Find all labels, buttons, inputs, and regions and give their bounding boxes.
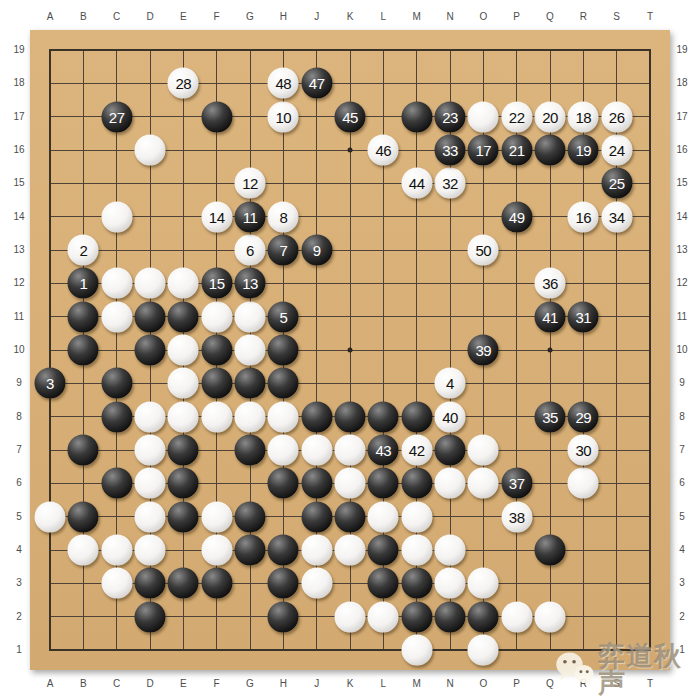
move-number: 29 (575, 409, 591, 424)
move-number: 33 (442, 143, 458, 158)
stone-white (135, 468, 166, 499)
stone-black (301, 501, 332, 532)
move-number: 43 (375, 443, 391, 458)
stone-white (235, 335, 266, 366)
stone-black (135, 301, 166, 332)
move-number: 24 (609, 143, 625, 158)
move-number: 6 (246, 243, 254, 258)
stone-black-move-23: 23 (435, 101, 466, 132)
column-label-top: L (381, 12, 387, 22)
stone-black (268, 335, 299, 366)
column-label-bottom: T (647, 679, 653, 689)
stone-white-move-2: 2 (68, 235, 99, 266)
move-number: 27 (109, 109, 125, 124)
stone-black-move-45: 45 (335, 101, 366, 132)
stone-white-move-14: 14 (201, 201, 232, 232)
column-label-top: O (479, 12, 487, 22)
move-number: 2 (79, 243, 87, 258)
stone-white (301, 435, 332, 466)
move-number: 25 (609, 176, 625, 191)
stone-white (401, 535, 432, 566)
column-label-bottom: Q (546, 679, 554, 689)
stone-white (368, 601, 399, 632)
column-label-top: E (180, 12, 187, 22)
move-number: 48 (275, 76, 291, 91)
stone-black (168, 301, 199, 332)
stone-white (401, 501, 432, 532)
row-label-left: 15 (13, 178, 24, 188)
column-label-top: B (80, 12, 87, 22)
stone-white (135, 401, 166, 432)
column-label-top: C (113, 12, 120, 22)
stone-black-move-21: 21 (501, 135, 532, 166)
stone-black-move-31: 31 (568, 301, 599, 332)
row-label-left: 14 (13, 212, 24, 222)
stone-white (235, 301, 266, 332)
stone-black (101, 368, 132, 399)
column-label-bottom: D (146, 679, 153, 689)
column-label-bottom: G (246, 679, 254, 689)
stone-black (235, 435, 266, 466)
column-label-top: M (412, 12, 420, 22)
move-number: 9 (313, 243, 321, 258)
column-label-bottom: L (381, 679, 387, 689)
move-number: 17 (475, 143, 491, 158)
move-number: 26 (609, 109, 625, 124)
move-number: 23 (442, 109, 458, 124)
stone-black-move-15: 15 (201, 268, 232, 299)
move-number: 18 (575, 109, 591, 124)
move-number: 40 (442, 409, 458, 424)
column-label-top: N (446, 12, 453, 22)
stone-white (468, 635, 499, 666)
row-label-right: 15 (676, 178, 687, 188)
stone-black (168, 435, 199, 466)
stone-white (468, 435, 499, 466)
stone-white (301, 535, 332, 566)
star-point (348, 348, 353, 353)
row-label-right: 1 (679, 645, 685, 655)
stone-black (68, 501, 99, 532)
stone-black (268, 535, 299, 566)
stone-white (235, 401, 266, 432)
stone-black-move-37: 37 (501, 468, 532, 499)
stone-black (401, 601, 432, 632)
stone-white-move-4: 4 (435, 368, 466, 399)
stone-black (201, 335, 232, 366)
stone-white-move-44: 44 (401, 168, 432, 199)
move-number: 11 (243, 209, 258, 224)
move-number: 31 (575, 309, 591, 324)
stone-white-move-10: 10 (268, 101, 299, 132)
stone-black-move-7: 7 (268, 235, 299, 266)
column-label-top: A (47, 12, 54, 22)
stone-black-move-27: 27 (101, 101, 132, 132)
stone-black-move-9: 9 (301, 235, 332, 266)
move-number: 15 (209, 276, 225, 291)
stone-black (435, 601, 466, 632)
row-label-left: 18 (13, 78, 24, 88)
column-label-top: R (580, 12, 587, 22)
move-number: 10 (275, 109, 291, 124)
stone-white (201, 401, 232, 432)
stone-white (335, 535, 366, 566)
column-label-top: S (613, 12, 620, 22)
stone-black (468, 601, 499, 632)
stone-white (435, 535, 466, 566)
row-label-right: 12 (676, 278, 687, 288)
star-point (348, 148, 353, 153)
move-number: 7 (279, 243, 287, 258)
column-label-bottom: N (446, 679, 453, 689)
move-number: 46 (375, 143, 391, 158)
move-number: 41 (542, 309, 558, 324)
column-label-top: P (513, 12, 520, 22)
row-label-right: 14 (676, 212, 687, 222)
stone-black-move-11: 11 (235, 201, 266, 232)
stone-black (301, 468, 332, 499)
column-label-bottom: S (613, 679, 620, 689)
row-label-left: 4 (16, 545, 22, 555)
move-number: 22 (509, 109, 525, 124)
row-label-left: 9 (16, 378, 22, 388)
stone-white (568, 468, 599, 499)
move-number: 32 (442, 176, 458, 191)
stone-white-move-38: 38 (501, 501, 532, 532)
stone-white (101, 201, 132, 232)
stone-black (401, 401, 432, 432)
star-point (548, 348, 553, 353)
stone-black-move-5: 5 (268, 301, 299, 332)
stone-black-move-43: 43 (368, 435, 399, 466)
stone-black (68, 335, 99, 366)
row-label-left: 6 (16, 478, 22, 488)
row-label-right: 3 (679, 578, 685, 588)
stone-black (201, 568, 232, 599)
stone-black (301, 401, 332, 432)
stone-black-move-49: 49 (501, 201, 532, 232)
column-label-top: T (647, 12, 653, 22)
move-number: 49 (509, 209, 525, 224)
stone-white (168, 335, 199, 366)
column-label-bottom: P (513, 679, 520, 689)
row-label-right: 13 (676, 245, 687, 255)
row-label-left: 7 (16, 445, 22, 455)
stone-black (401, 568, 432, 599)
row-label-right: 4 (679, 545, 685, 555)
stone-black-move-41: 41 (535, 301, 566, 332)
stone-black-move-39: 39 (468, 335, 499, 366)
stone-black-move-25: 25 (601, 168, 632, 199)
move-number: 36 (542, 276, 558, 291)
stone-black-move-13: 13 (235, 268, 266, 299)
stone-white-move-48: 48 (268, 68, 299, 99)
stone-white (301, 568, 332, 599)
stone-white (435, 568, 466, 599)
stone-white (468, 101, 499, 132)
go-diagram-page: AABBCCDDEEFFGGHHJJKKLLMMNNOOPPQQRRSSTT19… (0, 0, 700, 700)
row-label-left: 5 (16, 512, 22, 522)
row-label-left: 12 (13, 278, 24, 288)
row-label-left: 13 (13, 245, 24, 255)
stone-white-move-34: 34 (601, 201, 632, 232)
move-number: 3 (46, 376, 54, 391)
stone-white-move-22: 22 (501, 101, 532, 132)
row-label-right: 7 (679, 445, 685, 455)
stone-white-move-26: 26 (601, 101, 632, 132)
stone-black (368, 568, 399, 599)
stone-white-move-8: 8 (268, 201, 299, 232)
move-number: 44 (409, 176, 425, 191)
stone-black-move-47: 47 (301, 68, 332, 99)
stone-white (468, 468, 499, 499)
row-label-right: 10 (676, 345, 687, 355)
column-label-top: K (347, 12, 354, 22)
stone-black (535, 135, 566, 166)
stone-white (501, 601, 532, 632)
stone-white (468, 568, 499, 599)
stone-white (101, 301, 132, 332)
stone-black-move-3: 3 (35, 368, 66, 399)
stone-white-move-42: 42 (401, 435, 432, 466)
stone-black (368, 468, 399, 499)
stone-black (268, 601, 299, 632)
stone-white (135, 535, 166, 566)
column-label-bottom: H (280, 679, 287, 689)
column-label-bottom: K (347, 679, 354, 689)
stone-black-move-29: 29 (568, 401, 599, 432)
stone-white-move-12: 12 (235, 168, 266, 199)
column-label-bottom: F (214, 679, 220, 689)
row-label-right: 19 (676, 45, 687, 55)
move-number: 45 (342, 109, 358, 124)
stone-white (135, 135, 166, 166)
move-number: 1 (79, 276, 87, 291)
row-label-left: 3 (16, 578, 22, 588)
stone-white (401, 635, 432, 666)
row-label-right: 6 (679, 478, 685, 488)
stone-white-move-24: 24 (601, 135, 632, 166)
stone-black (535, 535, 566, 566)
move-number: 21 (509, 143, 525, 158)
column-label-bottom: R (580, 679, 587, 689)
stone-white (101, 268, 132, 299)
move-number: 39 (475, 343, 491, 358)
stone-white-move-32: 32 (435, 168, 466, 199)
stone-white (335, 468, 366, 499)
stone-black (268, 468, 299, 499)
row-label-right: 8 (679, 412, 685, 422)
move-number: 20 (542, 109, 558, 124)
stone-black (335, 401, 366, 432)
move-number: 13 (242, 276, 258, 291)
stone-white (135, 501, 166, 532)
column-label-bottom: O (479, 679, 487, 689)
move-number: 50 (475, 243, 491, 258)
column-label-top: G (246, 12, 254, 22)
stone-black (335, 501, 366, 532)
stone-white (135, 435, 166, 466)
move-number: 34 (609, 209, 625, 224)
stone-white-move-6: 6 (235, 235, 266, 266)
stone-black (401, 101, 432, 132)
stone-white (168, 368, 199, 399)
stone-black (268, 568, 299, 599)
column-label-bottom: M (412, 679, 420, 689)
move-number: 5 (279, 309, 287, 324)
row-label-right: 11 (677, 312, 687, 322)
stone-black (368, 401, 399, 432)
stone-white (368, 501, 399, 532)
stone-white (535, 601, 566, 632)
row-label-right: 16 (676, 145, 687, 155)
move-number: 30 (575, 443, 591, 458)
stone-black (68, 301, 99, 332)
stone-white (201, 301, 232, 332)
stone-black (135, 568, 166, 599)
move-number: 16 (575, 209, 591, 224)
stone-black (168, 501, 199, 532)
stone-white (135, 268, 166, 299)
column-label-top: F (214, 12, 220, 22)
stone-white (68, 535, 99, 566)
column-label-bottom: C (113, 679, 120, 689)
stone-white-move-20: 20 (535, 101, 566, 132)
stone-black (235, 501, 266, 532)
stone-black (235, 535, 266, 566)
row-label-left: 11 (14, 312, 24, 322)
move-number: 14 (209, 209, 225, 224)
stone-white-move-40: 40 (435, 401, 466, 432)
stone-white (201, 535, 232, 566)
move-number: 42 (409, 443, 425, 458)
column-label-bottom: J (314, 679, 319, 689)
stone-black-move-1: 1 (68, 268, 99, 299)
move-number: 35 (542, 409, 558, 424)
stone-white-move-36: 36 (535, 268, 566, 299)
row-label-left: 2 (16, 612, 22, 622)
stone-black-move-19: 19 (568, 135, 599, 166)
stone-white (101, 568, 132, 599)
column-label-top: H (280, 12, 287, 22)
stone-black-move-17: 17 (468, 135, 499, 166)
move-number: 19 (575, 143, 591, 158)
stone-black (235, 368, 266, 399)
move-number: 8 (279, 209, 287, 224)
column-label-bottom: A (47, 679, 54, 689)
stone-black (68, 435, 99, 466)
stone-white (335, 601, 366, 632)
column-label-top: D (146, 12, 153, 22)
stone-white-move-46: 46 (368, 135, 399, 166)
move-number: 47 (309, 76, 325, 91)
move-number: 4 (446, 376, 454, 391)
stone-white (168, 268, 199, 299)
stone-black-move-33: 33 (435, 135, 466, 166)
column-label-top: Q (546, 12, 554, 22)
row-label-right: 2 (679, 612, 685, 622)
stone-black (101, 401, 132, 432)
stone-white (435, 468, 466, 499)
stone-black (368, 535, 399, 566)
move-number: 28 (175, 76, 191, 91)
stone-white-move-30: 30 (568, 435, 599, 466)
row-label-right: 17 (676, 112, 687, 122)
row-label-right: 9 (679, 378, 685, 388)
stone-black (201, 101, 232, 132)
row-label-left: 17 (13, 112, 24, 122)
stone-black (268, 368, 299, 399)
row-label-left: 16 (13, 145, 24, 155)
row-label-left: 19 (13, 45, 24, 55)
stone-white-move-28: 28 (168, 68, 199, 99)
stone-white (35, 501, 66, 532)
stone-white (101, 535, 132, 566)
row-label-left: 10 (13, 345, 24, 355)
row-label-left: 1 (16, 645, 22, 655)
row-label-left: 8 (16, 412, 22, 422)
stone-white (335, 435, 366, 466)
stone-white-move-50: 50 (468, 235, 499, 266)
move-number: 38 (509, 509, 525, 524)
stone-white-move-16: 16 (568, 201, 599, 232)
stone-white (201, 501, 232, 532)
stone-black (101, 468, 132, 499)
stone-black-move-35: 35 (535, 401, 566, 432)
move-number: 37 (509, 476, 525, 491)
stone-black (168, 468, 199, 499)
stone-black (435, 435, 466, 466)
column-label-bottom: E (180, 679, 187, 689)
stone-black (135, 601, 166, 632)
row-label-right: 18 (676, 78, 687, 88)
stone-white (268, 401, 299, 432)
column-label-bottom: B (80, 679, 87, 689)
stone-white-move-18: 18 (568, 101, 599, 132)
move-number: 12 (242, 176, 258, 191)
stone-black (401, 468, 432, 499)
stone-white (168, 401, 199, 432)
column-label-top: J (314, 12, 319, 22)
stone-black (201, 368, 232, 399)
stone-black (168, 568, 199, 599)
row-label-right: 5 (679, 512, 685, 522)
stone-black (135, 335, 166, 366)
stone-white (268, 435, 299, 466)
